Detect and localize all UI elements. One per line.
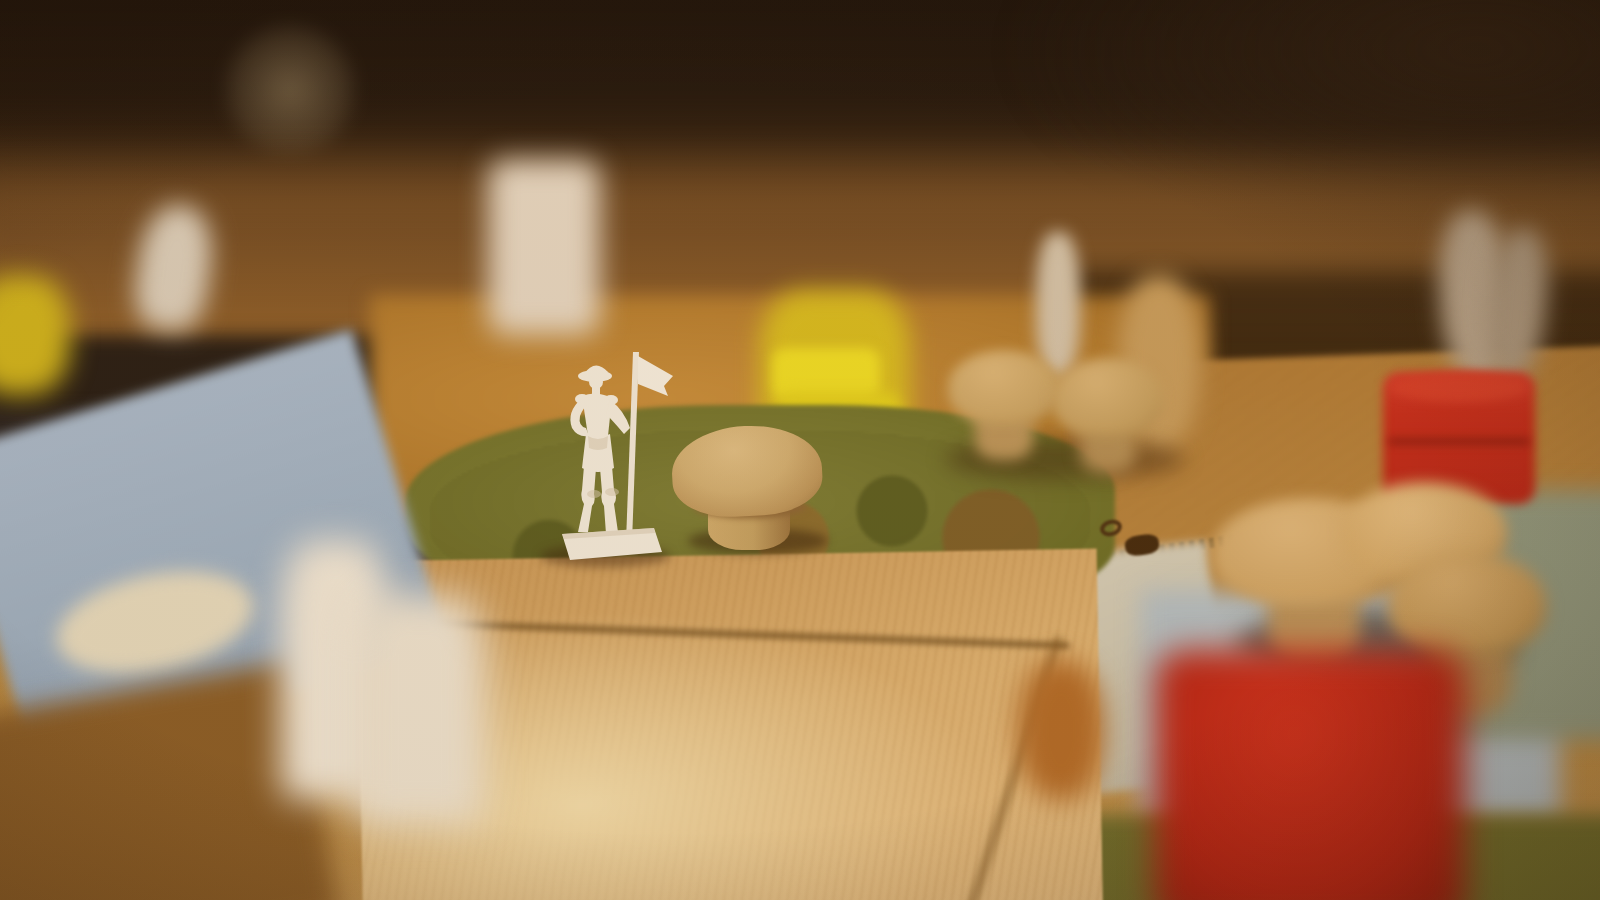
red-disc-stack-seam [1388, 438, 1530, 445]
mushroom-token-mid-1 [948, 350, 1060, 424]
standard-bearer-miniature [532, 336, 674, 568]
orange-token-foreground [1018, 660, 1104, 800]
mushroom-cluster-right [1388, 552, 1546, 656]
banner-pole [626, 352, 639, 542]
bokeh-light-circle [225, 25, 355, 155]
red-cylinder-foreground [1155, 650, 1465, 900]
red-disc-stack-top [1390, 372, 1528, 402]
pennant-flag [638, 356, 673, 396]
mushroom-token-mid-2 [1052, 358, 1162, 436]
yellow-token-left-edge [0, 275, 70, 395]
white-structure-top [488, 160, 600, 335]
boardgame-photo-scene [0, 0, 1600, 900]
white-structure-blurred [355, 595, 485, 825]
white-miniature-mid [1036, 232, 1080, 377]
